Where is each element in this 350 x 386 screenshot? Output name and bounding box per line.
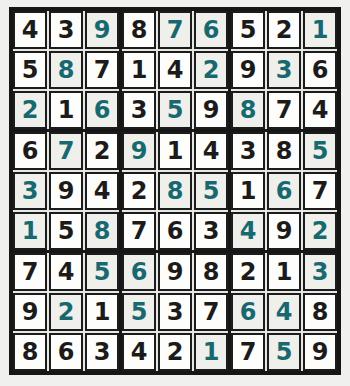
cell-r9c8[interactable]: 5 bbox=[267, 333, 301, 371]
cell-r6c6[interactable]: 3 bbox=[194, 212, 228, 250]
cell-r7c3[interactable]: 5 bbox=[85, 253, 119, 291]
box-8: 698537421 bbox=[122, 253, 228, 371]
cell-r6c4[interactable]: 7 bbox=[122, 212, 156, 250]
cell-r5c3[interactable]: 4 bbox=[85, 172, 119, 210]
cell-r5c2[interactable]: 9 bbox=[49, 172, 83, 210]
cell-r4c1[interactable]: 6 bbox=[13, 132, 47, 170]
box-7: 745921863 bbox=[13, 253, 119, 371]
cell-r5c6[interactable]: 5 bbox=[194, 172, 228, 210]
cell-r4c7[interactable]: 3 bbox=[231, 132, 265, 170]
cell-r7c5[interactable]: 9 bbox=[158, 253, 192, 291]
box-3: 521936874 bbox=[231, 11, 337, 129]
cell-r7c9[interactable]: 3 bbox=[303, 253, 337, 291]
cell-r4c4[interactable]: 9 bbox=[122, 132, 156, 170]
cell-r5c9[interactable]: 7 bbox=[303, 172, 337, 210]
cell-r8c7[interactable]: 6 bbox=[231, 293, 265, 331]
cell-r6c5[interactable]: 6 bbox=[158, 212, 192, 250]
cell-r2c7[interactable]: 9 bbox=[231, 51, 265, 89]
cell-r1c6[interactable]: 6 bbox=[194, 11, 228, 49]
cell-r8c1[interactable]: 9 bbox=[13, 293, 47, 331]
cell-r3c9[interactable]: 4 bbox=[303, 91, 337, 129]
cell-r9c5[interactable]: 2 bbox=[158, 333, 192, 371]
cell-r8c8[interactable]: 4 bbox=[267, 293, 301, 331]
cell-r7c7[interactable]: 2 bbox=[231, 253, 265, 291]
cell-r9c1[interactable]: 8 bbox=[13, 333, 47, 371]
cell-r3c1[interactable]: 2 bbox=[13, 91, 47, 129]
cell-r7c2[interactable]: 4 bbox=[49, 253, 83, 291]
cell-r3c4[interactable]: 3 bbox=[122, 91, 156, 129]
cell-r7c4[interactable]: 6 bbox=[122, 253, 156, 291]
cell-r2c3[interactable]: 7 bbox=[85, 51, 119, 89]
cell-r4c8[interactable]: 8 bbox=[267, 132, 301, 170]
cell-r7c6[interactable]: 8 bbox=[194, 253, 228, 291]
cell-r9c3[interactable]: 3 bbox=[85, 333, 119, 371]
box-5: 914285763 bbox=[122, 132, 228, 250]
box-6: 385167492 bbox=[231, 132, 337, 250]
cell-r9c2[interactable]: 6 bbox=[49, 333, 83, 371]
sudoku-board: 4395872168761423595219368746723941589142… bbox=[9, 7, 341, 375]
cell-r4c6[interactable]: 4 bbox=[194, 132, 228, 170]
cell-r4c9[interactable]: 5 bbox=[303, 132, 337, 170]
cell-r1c4[interactable]: 8 bbox=[122, 11, 156, 49]
cell-r3c7[interactable]: 8 bbox=[231, 91, 265, 129]
cell-r8c6[interactable]: 7 bbox=[194, 293, 228, 331]
page: 4395872168761423595219368746723941589142… bbox=[0, 0, 350, 386]
cell-r3c3[interactable]: 6 bbox=[85, 91, 119, 129]
cell-r5c8[interactable]: 6 bbox=[267, 172, 301, 210]
cell-r8c4[interactable]: 5 bbox=[122, 293, 156, 331]
cell-r2c4[interactable]: 1 bbox=[122, 51, 156, 89]
cell-r8c3[interactable]: 1 bbox=[85, 293, 119, 331]
cell-r6c9[interactable]: 2 bbox=[303, 212, 337, 250]
cell-r3c2[interactable]: 1 bbox=[49, 91, 83, 129]
cell-r6c7[interactable]: 4 bbox=[231, 212, 265, 250]
cell-r1c7[interactable]: 5 bbox=[231, 11, 265, 49]
box-4: 672394158 bbox=[13, 132, 119, 250]
cell-r1c2[interactable]: 3 bbox=[49, 11, 83, 49]
cell-r2c8[interactable]: 3 bbox=[267, 51, 301, 89]
cell-r6c3[interactable]: 8 bbox=[85, 212, 119, 250]
cell-r1c8[interactable]: 2 bbox=[267, 11, 301, 49]
cell-r5c4[interactable]: 2 bbox=[122, 172, 156, 210]
cell-r9c4[interactable]: 4 bbox=[122, 333, 156, 371]
cell-r8c2[interactable]: 2 bbox=[49, 293, 83, 331]
cell-r2c2[interactable]: 8 bbox=[49, 51, 83, 89]
cell-r3c8[interactable]: 7 bbox=[267, 91, 301, 129]
cell-r2c6[interactable]: 2 bbox=[194, 51, 228, 89]
cell-r6c1[interactable]: 1 bbox=[13, 212, 47, 250]
cell-r5c5[interactable]: 8 bbox=[158, 172, 192, 210]
cell-r5c7[interactable]: 1 bbox=[231, 172, 265, 210]
cell-r3c5[interactable]: 5 bbox=[158, 91, 192, 129]
cell-r1c9[interactable]: 1 bbox=[303, 11, 337, 49]
cell-r9c9[interactable]: 9 bbox=[303, 333, 337, 371]
box-1: 439587216 bbox=[13, 11, 119, 129]
cell-r4c2[interactable]: 7 bbox=[49, 132, 83, 170]
cell-r1c1[interactable]: 4 bbox=[13, 11, 47, 49]
cell-r7c8[interactable]: 1 bbox=[267, 253, 301, 291]
cell-r6c2[interactable]: 5 bbox=[49, 212, 83, 250]
cell-r8c9[interactable]: 8 bbox=[303, 293, 337, 331]
cell-r8c5[interactable]: 3 bbox=[158, 293, 192, 331]
box-2: 876142359 bbox=[122, 11, 228, 129]
cell-r2c9[interactable]: 6 bbox=[303, 51, 337, 89]
cell-r2c5[interactable]: 4 bbox=[158, 51, 192, 89]
cell-r6c8[interactable]: 9 bbox=[267, 212, 301, 250]
box-9: 213648759 bbox=[231, 253, 337, 371]
cell-r9c7[interactable]: 7 bbox=[231, 333, 265, 371]
cell-r4c3[interactable]: 2 bbox=[85, 132, 119, 170]
cell-r7c1[interactable]: 7 bbox=[13, 253, 47, 291]
cell-r1c3[interactable]: 9 bbox=[85, 11, 119, 49]
cell-r9c6[interactable]: 1 bbox=[194, 333, 228, 371]
cell-r2c1[interactable]: 5 bbox=[13, 51, 47, 89]
cell-r3c6[interactable]: 9 bbox=[194, 91, 228, 129]
cell-r5c1[interactable]: 3 bbox=[13, 172, 47, 210]
cell-r4c5[interactable]: 1 bbox=[158, 132, 192, 170]
cell-r1c5[interactable]: 7 bbox=[158, 11, 192, 49]
